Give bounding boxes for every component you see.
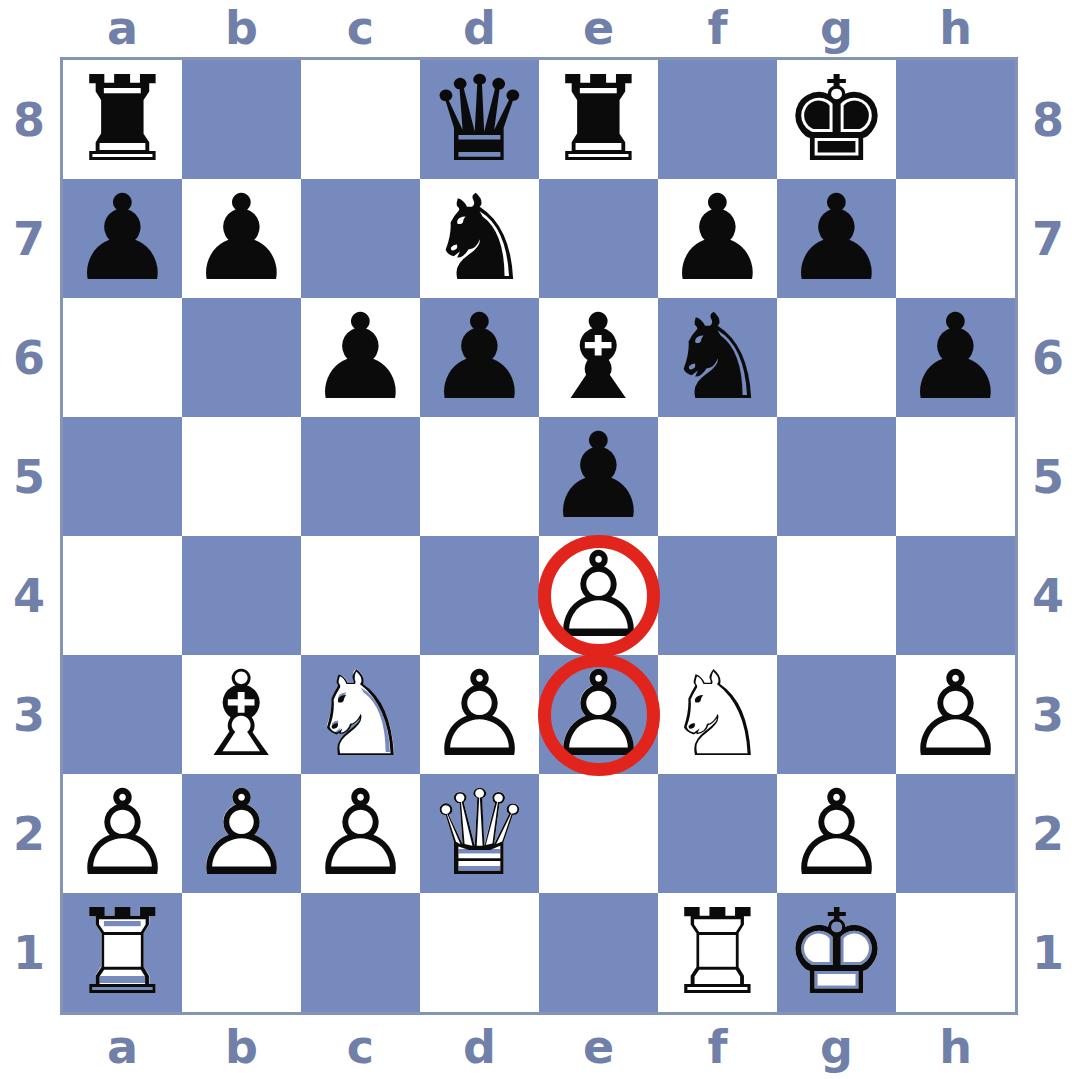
- file-label-b-bottom: b: [182, 1017, 301, 1077]
- square-h7[interactable]: [896, 179, 1015, 298]
- square-g7[interactable]: ♟: [777, 179, 896, 298]
- square-g3[interactable]: [777, 655, 896, 774]
- rank-label-3-right: 3: [1018, 655, 1078, 774]
- rank-label-8-right: 8: [1018, 60, 1078, 179]
- square-c8[interactable]: [301, 60, 420, 179]
- white-bishop: ♝♗: [182, 655, 301, 774]
- square-d3[interactable]: ♟♙: [420, 655, 539, 774]
- square-f8[interactable]: [658, 60, 777, 179]
- square-b6[interactable]: [182, 298, 301, 417]
- black-pawn: ♟: [546, 417, 652, 536]
- square-b8[interactable]: [182, 60, 301, 179]
- black-pawn: ♟: [189, 179, 295, 298]
- black-pawn: ♟: [70, 179, 176, 298]
- white-pawn-outline: ♙: [777, 774, 896, 893]
- square-f3[interactable]: ♞♘: [658, 655, 777, 774]
- rank-label-8-left: 8: [0, 60, 58, 179]
- black-knight: ♞: [427, 179, 533, 298]
- rank-label-6-left: 6: [0, 298, 58, 417]
- square-b4[interactable]: [182, 536, 301, 655]
- white-knight: ♞♘: [658, 655, 777, 774]
- rank-label-6-right: 6: [1018, 298, 1078, 417]
- rank-label-2-right: 2: [1018, 774, 1078, 893]
- rank-label-7-right: 7: [1018, 179, 1078, 298]
- white-pawn: ♟♙: [539, 536, 658, 655]
- square-h1[interactable]: [896, 893, 1015, 1012]
- rank-label-4-left: 4: [0, 536, 58, 655]
- black-rook: ♜: [546, 60, 652, 179]
- rank-label-2-left: 2: [0, 774, 58, 893]
- file-label-e-bottom: e: [539, 1017, 658, 1077]
- file-label-c-bottom: c: [301, 1017, 420, 1077]
- rank-label-5-right: 5: [1018, 417, 1078, 536]
- square-a6[interactable]: [63, 298, 182, 417]
- file-label-a-bottom: a: [63, 1017, 182, 1077]
- square-h8[interactable]: [896, 60, 1015, 179]
- square-a1[interactable]: ♜♖: [63, 893, 182, 1012]
- rank-label-1-right: 1: [1018, 893, 1078, 1012]
- square-e7[interactable]: [539, 179, 658, 298]
- square-e1[interactable]: [539, 893, 658, 1012]
- rank-label-4-right: 4: [1018, 536, 1078, 655]
- square-c2[interactable]: ♟♙: [301, 774, 420, 893]
- white-pawn: ♟♙: [896, 655, 1015, 774]
- rank-labels-left: 87654321: [0, 60, 58, 1012]
- square-h6[interactable]: ♟: [896, 298, 1015, 417]
- square-b3[interactable]: ♝♗: [182, 655, 301, 774]
- white-bishop-outline: ♗: [182, 655, 301, 774]
- rank-label-5-left: 5: [0, 417, 58, 536]
- square-d5[interactable]: [420, 417, 539, 536]
- square-d8[interactable]: ♛: [420, 60, 539, 179]
- white-pawn-outline: ♙: [182, 774, 301, 893]
- white-knight: ♞♘: [301, 655, 420, 774]
- square-c4[interactable]: [301, 536, 420, 655]
- square-e6[interactable]: ♝: [539, 298, 658, 417]
- square-d1[interactable]: [420, 893, 539, 1012]
- square-f4[interactable]: [658, 536, 777, 655]
- white-pawn: ♟♙: [539, 655, 658, 774]
- black-rook: ♜: [70, 60, 176, 179]
- white-pawn-outline: ♙: [896, 655, 1015, 774]
- square-f5[interactable]: [658, 417, 777, 536]
- square-h3[interactable]: ♟♙: [896, 655, 1015, 774]
- file-label-g-bottom: g: [777, 1017, 896, 1077]
- white-queen-outline: ♕: [420, 774, 539, 893]
- square-h2[interactable]: [896, 774, 1015, 893]
- square-b7[interactable]: ♟: [182, 179, 301, 298]
- file-label-d-top: d: [420, 0, 539, 55]
- black-pawn: ♟: [665, 179, 771, 298]
- square-e2[interactable]: [539, 774, 658, 893]
- white-queen: ♛♕: [420, 774, 539, 893]
- square-c3[interactable]: ♞♘: [301, 655, 420, 774]
- rank-label-1-left: 1: [0, 893, 58, 1012]
- file-labels-bottom: abcdefgh: [63, 1017, 1015, 1077]
- square-d2[interactable]: ♛♕: [420, 774, 539, 893]
- square-c5[interactable]: [301, 417, 420, 536]
- black-pawn: ♟: [308, 298, 414, 417]
- black-pawn: ♟: [903, 298, 1009, 417]
- square-a7[interactable]: ♟: [63, 179, 182, 298]
- square-a8[interactable]: ♜: [63, 60, 182, 179]
- square-a4[interactable]: [63, 536, 182, 655]
- square-c1[interactable]: [301, 893, 420, 1012]
- square-e8[interactable]: ♜: [539, 60, 658, 179]
- black-pawn: ♟: [427, 298, 533, 417]
- file-label-h-top: h: [896, 0, 1015, 55]
- rank-labels-right: 87654321: [1018, 60, 1078, 1012]
- square-g6[interactable]: [777, 298, 896, 417]
- rank-label-3-left: 3: [0, 655, 58, 774]
- file-label-f-top: f: [658, 0, 777, 55]
- file-label-a-top: a: [63, 0, 182, 55]
- white-pawn-outline: ♙: [63, 774, 182, 893]
- file-label-h-bottom: h: [896, 1017, 1015, 1077]
- file-labels-top: abcdefgh: [63, 0, 1015, 55]
- square-f7[interactable]: ♟: [658, 179, 777, 298]
- white-pawn: ♟♙: [63, 774, 182, 893]
- square-b1[interactable]: [182, 893, 301, 1012]
- white-pawn-outline: ♙: [539, 655, 658, 774]
- white-rook: ♜♖: [63, 893, 182, 1012]
- white-rook: ♜♖: [658, 893, 777, 1012]
- white-king: ♚♔: [777, 893, 896, 1012]
- square-e4[interactable]: ♟♙: [539, 536, 658, 655]
- square-d7[interactable]: ♞: [420, 179, 539, 298]
- white-pawn: ♟♙: [301, 774, 420, 893]
- black-knight: ♞: [665, 298, 771, 417]
- square-g4[interactable]: [777, 536, 896, 655]
- white-rook-outline: ♖: [63, 893, 182, 1012]
- file-label-b-top: b: [182, 0, 301, 55]
- square-h4[interactable]: [896, 536, 1015, 655]
- file-label-d-bottom: d: [420, 1017, 539, 1077]
- square-b5[interactable]: [182, 417, 301, 536]
- white-pawn-outline: ♙: [539, 536, 658, 655]
- file-label-g-top: g: [777, 0, 896, 55]
- square-f6[interactable]: ♞: [658, 298, 777, 417]
- square-e5[interactable]: ♟: [539, 417, 658, 536]
- white-pawn-outline: ♙: [420, 655, 539, 774]
- file-label-f-bottom: f: [658, 1017, 777, 1077]
- square-b2[interactable]: ♟♙: [182, 774, 301, 893]
- square-a5[interactable]: [63, 417, 182, 536]
- square-a2[interactable]: ♟♙: [63, 774, 182, 893]
- black-king: ♚: [784, 60, 890, 179]
- white-pawn: ♟♙: [420, 655, 539, 774]
- white-pawn: ♟♙: [182, 774, 301, 893]
- chess-diagram: abcdefgh 87654321 ♜♛♜♚♟♟♞♟♟♟♟♝♞♟♟♟♙♝♗♞♘♟…: [0, 0, 1078, 1079]
- square-g5[interactable]: [777, 417, 896, 536]
- chess-board: ♜♛♜♚♟♟♞♟♟♟♟♝♞♟♟♟♙♝♗♞♘♟♙♟♙♞♘♟♙♟♙♟♙♟♙♛♕♟♙♜…: [60, 57, 1018, 1015]
- square-e3[interactable]: ♟♙: [539, 655, 658, 774]
- white-pawn-outline: ♙: [301, 774, 420, 893]
- rank-label-7-left: 7: [0, 179, 58, 298]
- white-knight-outline: ♘: [658, 655, 777, 774]
- square-g2[interactable]: ♟♙: [777, 774, 896, 893]
- square-f1[interactable]: ♜♖: [658, 893, 777, 1012]
- white-rook-outline: ♖: [658, 893, 777, 1012]
- file-label-c-top: c: [301, 0, 420, 55]
- square-a3[interactable]: [63, 655, 182, 774]
- white-knight-outline: ♘: [301, 655, 420, 774]
- white-pawn: ♟♙: [777, 774, 896, 893]
- square-d4[interactable]: [420, 536, 539, 655]
- file-label-e-top: e: [539, 0, 658, 55]
- square-d6[interactable]: ♟: [420, 298, 539, 417]
- black-pawn: ♟: [784, 179, 890, 298]
- black-bishop: ♝: [546, 298, 652, 417]
- square-c7[interactable]: [301, 179, 420, 298]
- square-g8[interactable]: ♚: [777, 60, 896, 179]
- square-h5[interactable]: [896, 417, 1015, 536]
- black-queen: ♛: [427, 60, 533, 179]
- square-g1[interactable]: ♚♔: [777, 893, 896, 1012]
- square-c6[interactable]: ♟: [301, 298, 420, 417]
- white-king-outline: ♔: [777, 893, 896, 1012]
- square-f2[interactable]: [658, 774, 777, 893]
